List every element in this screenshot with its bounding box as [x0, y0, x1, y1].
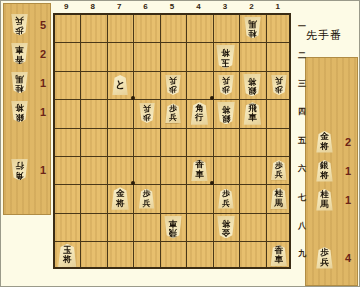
- board-piece-6七[interactable]: 歩兵: [139, 189, 155, 209]
- row-label-4: 四: [296, 107, 308, 117]
- board-piece-5四[interactable]: 歩兵: [165, 103, 181, 123]
- sente-hand-count-歩兵: 4: [342, 252, 354, 264]
- board-piece-5八[interactable]: 飛車: [164, 216, 182, 239]
- row-label-8: 八: [296, 221, 308, 231]
- gote-hand-count-香車: 2: [37, 48, 49, 60]
- row-label-7: 七: [296, 193, 308, 203]
- column-label-6: 6: [138, 2, 154, 11]
- column-label-7: 7: [111, 2, 127, 11]
- hoshi-dot: [210, 96, 214, 100]
- column-label-9: 9: [58, 2, 74, 11]
- gote-hand-香車[interactable]: 香車: [11, 43, 28, 65]
- gote-hand-角行[interactable]: 角行: [11, 159, 28, 181]
- board-piece-1九[interactable]: 香車: [270, 245, 287, 267]
- piece-kanji: 玉将: [63, 246, 72, 265]
- piece-kanji: 桂馬: [275, 189, 284, 208]
- board-piece-7七[interactable]: 金将: [111, 187, 129, 210]
- column-label-3: 3: [217, 2, 233, 11]
- piece-kanji: 飛車: [169, 217, 178, 236]
- sente-hand-金将[interactable]: 金将: [316, 131, 333, 153]
- piece-kanji: 玉将: [222, 47, 231, 66]
- gote-hand-count-歩兵: 5: [37, 19, 49, 31]
- column-label-1: 1: [270, 2, 286, 11]
- gote-hand-桂馬[interactable]: 桂馬: [11, 72, 28, 94]
- hoshi-dot: [131, 181, 135, 185]
- board-piece-2四[interactable]: 飛車: [243, 102, 261, 125]
- piece-kanji: 歩兵: [143, 104, 151, 122]
- row-label-6: 六: [296, 164, 308, 174]
- shogi-app: 先手番 987654321一二三四五六七八九桂馬玉将と歩兵歩兵銀将歩兵歩兵歩兵角…: [0, 0, 360, 287]
- board-piece-3七[interactable]: 歩兵: [218, 189, 234, 209]
- column-label-2: 2: [243, 2, 259, 11]
- piece-kanji: 香車: [275, 246, 284, 265]
- piece-kanji: 銀将: [248, 75, 257, 94]
- board-piece-7三[interactable]: と: [112, 75, 128, 95]
- piece-kanji: 桂馬: [320, 190, 329, 209]
- sente-hand-count-桂馬: 1: [342, 194, 354, 206]
- piece-kanji: と: [115, 79, 125, 90]
- piece-kanji: 銀将: [320, 161, 329, 180]
- row-label-5: 五: [296, 136, 308, 146]
- sente-hand-銀将[interactable]: 銀将: [316, 160, 333, 182]
- piece-kanji: 桂馬: [15, 73, 24, 92]
- board-piece-4四[interactable]: 角行: [190, 102, 208, 125]
- hoshi-dot: [131, 96, 135, 100]
- piece-kanji: 歩兵: [275, 76, 283, 94]
- piece-kanji: 歩兵: [275, 161, 283, 179]
- sente-hand-歩兵[interactable]: 歩兵: [316, 247, 333, 269]
- board-piece-5三[interactable]: 歩兵: [165, 75, 181, 95]
- piece-kanji: 歩兵: [222, 76, 230, 94]
- piece-kanji: 銀将: [222, 104, 231, 123]
- gote-hand-銀将[interactable]: 銀将: [11, 101, 28, 123]
- gote-hand-count-角行: 1: [37, 164, 49, 176]
- column-label-5: 5: [164, 2, 180, 11]
- sente-hand-count-銀将: 1: [342, 165, 354, 177]
- piece-kanji: 歩兵: [320, 248, 329, 267]
- board-piece-1七[interactable]: 桂馬: [270, 188, 287, 210]
- piece-kanji: 歩兵: [169, 76, 177, 94]
- piece-kanji: 歩兵: [169, 104, 177, 122]
- sente-hand-count-金将: 2: [342, 136, 354, 148]
- turn-indicator: 先手番: [306, 28, 358, 43]
- gote-hand-count-銀将: 1: [37, 106, 49, 118]
- board-piece-9九[interactable]: 玉将: [58, 244, 77, 268]
- row-label-1: 一: [296, 22, 308, 32]
- board-piece-1六[interactable]: 歩兵: [271, 160, 287, 180]
- row-label-9: 九: [296, 249, 308, 259]
- gote-hand-count-桂馬: 1: [37, 77, 49, 89]
- row-label-2: 二: [296, 51, 308, 61]
- piece-kanji: 金将: [222, 217, 231, 236]
- sente-hand-桂馬[interactable]: 桂馬: [316, 189, 333, 211]
- column-label-8: 8: [85, 2, 101, 11]
- piece-kanji: 歩兵: [15, 15, 24, 34]
- piece-kanji: 歩兵: [222, 189, 230, 207]
- column-label-4: 4: [190, 2, 206, 11]
- piece-kanji: 角行: [15, 160, 24, 179]
- row-label-3: 三: [296, 79, 308, 89]
- piece-kanji: 香車: [195, 160, 204, 179]
- piece-kanji: 飛車: [248, 104, 257, 123]
- piece-kanji: 香車: [15, 44, 24, 63]
- piece-kanji: 桂馬: [248, 18, 257, 37]
- piece-kanji: 銀将: [15, 102, 24, 121]
- piece-kanji: 歩兵: [143, 189, 151, 207]
- board-piece-4六[interactable]: 香車: [191, 159, 208, 181]
- piece-kanji: 角行: [195, 104, 204, 123]
- gote-hand-歩兵[interactable]: 歩兵: [11, 14, 28, 36]
- piece-kanji: 金将: [116, 189, 125, 208]
- piece-kanji: 金将: [320, 132, 329, 151]
